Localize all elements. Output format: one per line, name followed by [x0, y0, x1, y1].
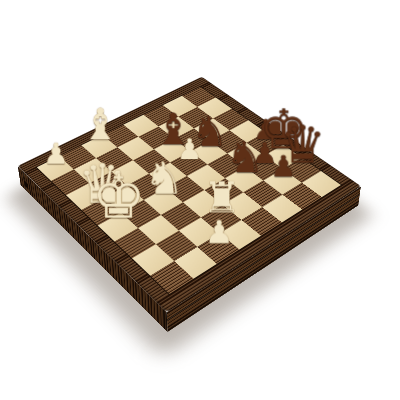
photo-scene: ♟♝♝♛♟♞♚♞♟♞♟♚♜♟♛♟: [0, 0, 400, 400]
product-photo-chess-set: ♟♝♝♛♟♞♚♞♟♞♟♚♜♟♛♟: [0, 0, 400, 400]
piece-white-pawn-c1: ♟: [204, 216, 233, 248]
square-a4: ♚: [98, 213, 138, 242]
piece-white-pawn-a8: ♟: [43, 140, 69, 169]
piece-white-knight-c4: ♞: [144, 157, 184, 201]
piece-brown-pawn-g2: ♟: [270, 152, 296, 181]
square-a8: ♟: [37, 156, 74, 181]
chess-box-top: ♟♝♝♛♟♞♚♞♟♞♟♚♜♟♛♟: [18, 77, 361, 312]
chess-box-3d: ♟♝♝♛♟♞♚♞♟♞♟♚♜♟♛♟: [18, 77, 361, 312]
piece-white-king-a4: ♚: [91, 167, 145, 227]
piece-white-bishop-c8: ♝: [80, 103, 119, 146]
